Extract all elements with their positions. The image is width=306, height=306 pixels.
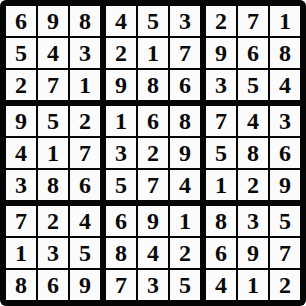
sudoku-cell-r5c2[interactable]: 1 <box>38 138 68 168</box>
sudoku-cell-r4c1[interactable]: 9 <box>6 106 36 136</box>
sudoku-cell-r1c8[interactable]: 7 <box>238 6 268 36</box>
sudoku-block-9: 835697412 <box>206 206 300 300</box>
sudoku-cell-r3c9[interactable]: 4 <box>270 70 300 100</box>
sudoku-cell-r3c8[interactable]: 5 <box>238 70 268 100</box>
sudoku-cell-r3c4[interactable]: 9 <box>106 70 136 100</box>
sudoku-cell-r2c3[interactable]: 3 <box>70 38 100 68</box>
sudoku-block-8: 691842735 <box>106 206 200 300</box>
sudoku-cell-r2c1[interactable]: 5 <box>6 38 36 68</box>
sudoku-block-4: 952417386 <box>6 106 100 200</box>
sudoku-cell-r8c9[interactable]: 7 <box>270 238 300 268</box>
sudoku-cell-r5c3[interactable]: 7 <box>70 138 100 168</box>
sudoku-cell-r5c9[interactable]: 6 <box>270 138 300 168</box>
sudoku-cell-r8c5[interactable]: 4 <box>138 238 168 268</box>
sudoku-block-6: 743586129 <box>206 106 300 200</box>
sudoku-cell-r1c7[interactable]: 2 <box>206 6 236 36</box>
sudoku-cell-r4c7[interactable]: 7 <box>206 106 236 136</box>
sudoku-cell-r4c2[interactable]: 5 <box>38 106 68 136</box>
sudoku-cell-r5c4[interactable]: 3 <box>106 138 136 168</box>
sudoku-cell-r5c8[interactable]: 8 <box>238 138 268 168</box>
sudoku-cell-r2c2[interactable]: 4 <box>38 38 68 68</box>
sudoku-cell-r1c4[interactable]: 4 <box>106 6 136 36</box>
sudoku-cell-r1c2[interactable]: 9 <box>38 6 68 36</box>
sudoku-cell-r2c7[interactable]: 9 <box>206 38 236 68</box>
sudoku-cell-r1c1[interactable]: 6 <box>6 6 36 36</box>
sudoku-cell-r9c3[interactable]: 9 <box>70 270 100 300</box>
sudoku-cell-r7c7[interactable]: 8 <box>206 206 236 236</box>
sudoku-cell-r7c6[interactable]: 1 <box>170 206 200 236</box>
sudoku-cell-r8c2[interactable]: 3 <box>38 238 68 268</box>
sudoku-cell-r3c3[interactable]: 1 <box>70 70 100 100</box>
sudoku-board: 6985432714532179862719683549524173861683… <box>0 0 306 306</box>
sudoku-cell-r9c9[interactable]: 2 <box>270 270 300 300</box>
sudoku-cell-r9c6[interactable]: 5 <box>170 270 200 300</box>
sudoku-cell-r4c9[interactable]: 3 <box>270 106 300 136</box>
sudoku-cell-r7c9[interactable]: 5 <box>270 206 300 236</box>
sudoku-block-3: 271968354 <box>206 6 300 100</box>
sudoku-block-1: 698543271 <box>6 6 100 100</box>
sudoku-cell-r2c9[interactable]: 8 <box>270 38 300 68</box>
sudoku-cell-r1c9[interactable]: 1 <box>270 6 300 36</box>
sudoku-cell-r8c7[interactable]: 6 <box>206 238 236 268</box>
sudoku-cell-r6c8[interactable]: 2 <box>238 170 268 200</box>
sudoku-cell-r7c3[interactable]: 4 <box>70 206 100 236</box>
sudoku-cell-r3c7[interactable]: 3 <box>206 70 236 100</box>
sudoku-cell-r6c7[interactable]: 1 <box>206 170 236 200</box>
sudoku-cell-r9c8[interactable]: 1 <box>238 270 268 300</box>
sudoku-cell-r6c5[interactable]: 7 <box>138 170 168 200</box>
sudoku-cell-r2c6[interactable]: 7 <box>170 38 200 68</box>
sudoku-cell-r8c3[interactable]: 5 <box>70 238 100 268</box>
sudoku-cell-r4c6[interactable]: 8 <box>170 106 200 136</box>
sudoku-cell-r2c5[interactable]: 1 <box>138 38 168 68</box>
sudoku-cell-r2c8[interactable]: 6 <box>238 38 268 68</box>
sudoku-cell-r7c5[interactable]: 9 <box>138 206 168 236</box>
sudoku-cell-r4c4[interactable]: 1 <box>106 106 136 136</box>
sudoku-cell-r7c1[interactable]: 7 <box>6 206 36 236</box>
sudoku-cell-r6c6[interactable]: 4 <box>170 170 200 200</box>
sudoku-cell-r8c1[interactable]: 1 <box>6 238 36 268</box>
sudoku-cell-r1c6[interactable]: 3 <box>170 6 200 36</box>
sudoku-cell-r5c6[interactable]: 9 <box>170 138 200 168</box>
sudoku-cell-r2c4[interactable]: 2 <box>106 38 136 68</box>
sudoku-cell-r1c5[interactable]: 5 <box>138 6 168 36</box>
sudoku-cell-r9c4[interactable]: 7 <box>106 270 136 300</box>
sudoku-block-2: 453217986 <box>106 6 200 100</box>
sudoku-cell-r6c2[interactable]: 8 <box>38 170 68 200</box>
sudoku-cell-r3c1[interactable]: 2 <box>6 70 36 100</box>
sudoku-cell-r5c7[interactable]: 5 <box>206 138 236 168</box>
sudoku-cell-r5c5[interactable]: 2 <box>138 138 168 168</box>
sudoku-block-7: 724135869 <box>6 206 100 300</box>
sudoku-cell-r4c8[interactable]: 4 <box>238 106 268 136</box>
sudoku-cell-r6c1[interactable]: 3 <box>6 170 36 200</box>
sudoku-cell-r1c3[interactable]: 8 <box>70 6 100 36</box>
sudoku-cell-r4c3[interactable]: 2 <box>70 106 100 136</box>
sudoku-cell-r9c5[interactable]: 3 <box>138 270 168 300</box>
sudoku-cell-r3c6[interactable]: 6 <box>170 70 200 100</box>
sudoku-cell-r9c1[interactable]: 8 <box>6 270 36 300</box>
sudoku-cell-r7c8[interactable]: 3 <box>238 206 268 236</box>
sudoku-page: 6985432714532179862719683549524173861683… <box>0 0 306 306</box>
sudoku-cell-r9c7[interactable]: 4 <box>206 270 236 300</box>
sudoku-cell-r6c4[interactable]: 5 <box>106 170 136 200</box>
sudoku-cell-r8c8[interactable]: 9 <box>238 238 268 268</box>
sudoku-cell-r5c1[interactable]: 4 <box>6 138 36 168</box>
sudoku-cell-r7c2[interactable]: 2 <box>38 206 68 236</box>
sudoku-cell-r6c3[interactable]: 6 <box>70 170 100 200</box>
sudoku-cell-r8c4[interactable]: 8 <box>106 238 136 268</box>
sudoku-cell-r4c5[interactable]: 6 <box>138 106 168 136</box>
sudoku-block-5: 168329574 <box>106 106 200 200</box>
sudoku-cell-r3c2[interactable]: 7 <box>38 70 68 100</box>
sudoku-cell-r7c4[interactable]: 6 <box>106 206 136 236</box>
sudoku-cell-r9c2[interactable]: 6 <box>38 270 68 300</box>
sudoku-cell-r3c5[interactable]: 8 <box>138 70 168 100</box>
sudoku-cell-r6c9[interactable]: 9 <box>270 170 300 200</box>
sudoku-cell-r8c6[interactable]: 2 <box>170 238 200 268</box>
